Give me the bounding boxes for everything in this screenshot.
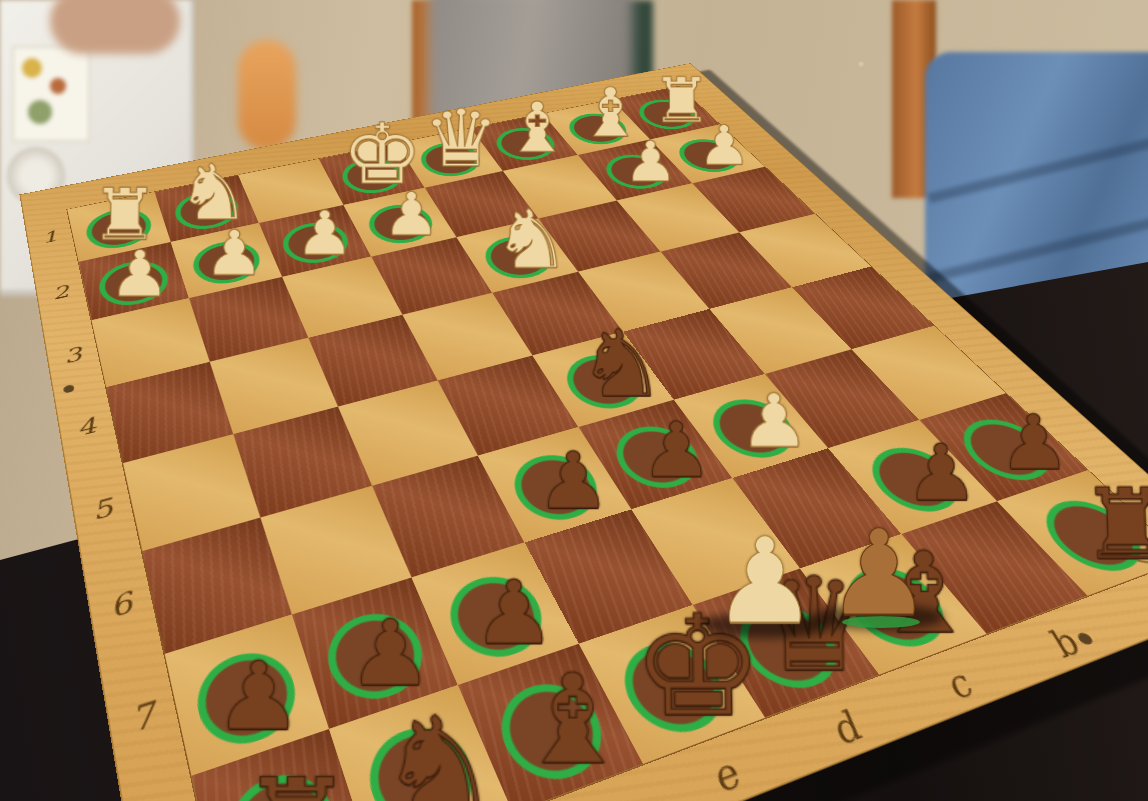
black-pawn-b7[interactable]: ♟	[904, 439, 980, 509]
rank-label-2: 2	[36, 279, 85, 307]
black-pawn-h7[interactable]: ♟	[214, 656, 304, 741]
black-rook-h8[interactable]: ♜	[238, 769, 355, 801]
black-bishop-f8[interactable]: ♝	[514, 665, 632, 776]
rank-label-7: 7	[107, 689, 179, 748]
rank-label-3: 3	[47, 340, 99, 372]
square-h3[interactable]	[92, 298, 210, 387]
black-pawn-a7[interactable]: ♟	[997, 410, 1072, 478]
captured-black-pawn-glyph: ♟	[826, 504, 932, 642]
black-knight-d5[interactable]: ♞	[577, 323, 667, 406]
hinge-dot	[63, 384, 75, 394]
chess-board: ♜♞♚♛♝♝♜♟♟♟♟♟♟♞♞♟♟♟♟♟♟♟♟♜♞♝♚♛♝♜ hgfedcba1…	[19, 63, 1148, 801]
black-pawn-e6[interactable]: ♟	[536, 447, 612, 518]
rank-label-5: 5	[73, 488, 134, 531]
white-pawn-g2[interactable]: ♟	[204, 226, 265, 282]
black-pawn-g7[interactable]: ♟	[347, 614, 433, 696]
rank-label-6: 6	[89, 581, 155, 631]
rank-label-1: 1	[27, 225, 73, 250]
captured-black-pawn[interactable]: ♟	[826, 520, 932, 626]
white-bishop-c1[interactable]: ♝	[504, 97, 571, 159]
white-queen-d1[interactable]: ♛	[423, 104, 500, 175]
white-pawn-e2[interactable]: ♟	[383, 189, 441, 242]
white-pawn-b2[interactable]: ♟	[624, 138, 679, 188]
room-scene: ♜♞♚♛♝♝♜♟♟♟♟♟♟♞♞♟♟♟♟♟♟♟♟♜♞♝♚♛♝♜ hgfedcba1…	[0, 0, 1148, 801]
black-knight-g8[interactable]: ♞	[378, 708, 502, 801]
captured-white-pawn-glyph: ♟	[712, 512, 818, 650]
white-pawn-c6[interactable]: ♟	[739, 389, 811, 456]
hinge-dot	[1075, 631, 1095, 646]
square-g8[interactable]: ♞	[329, 685, 513, 801]
rank-label-4: 4	[59, 409, 115, 446]
white-pawn-f2[interactable]: ♟	[295, 207, 354, 262]
black-rook-a8[interactable]: ♜	[1078, 481, 1148, 568]
white-knight-d3[interactable]: ♞	[492, 204, 571, 277]
board-perspective-wrapper: ♜♞♚♛♝♝♜♟♟♟♟♟♟♞♞♟♟♟♟♟♟♟♟♜♞♝♚♛♝♜ hgfedcba1…	[0, 0, 1148, 801]
white-pawn-a2[interactable]: ♟	[698, 122, 752, 171]
black-pawn-d6[interactable]: ♟	[640, 417, 714, 486]
chess-grid: ♜♞♚♛♝♝♜♟♟♟♟♟♟♞♞♟♟♟♟♟♟♟♟♜♞♝♚♛♝♜	[66, 86, 1148, 801]
black-pawn-f7[interactable]: ♟	[472, 575, 556, 654]
white-pawn-h2[interactable]: ♟	[109, 246, 171, 303]
captured-white-pawn[interactable]: ♟	[712, 528, 818, 634]
